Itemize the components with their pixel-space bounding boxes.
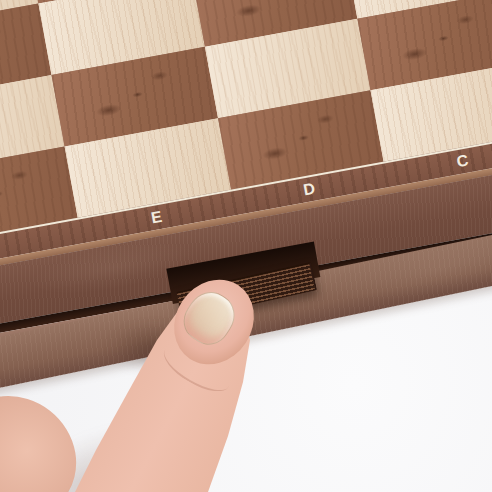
index-finger: [0, 0, 492, 492]
chess-box-photo: E D C: [0, 0, 492, 492]
hand: [0, 0, 492, 492]
